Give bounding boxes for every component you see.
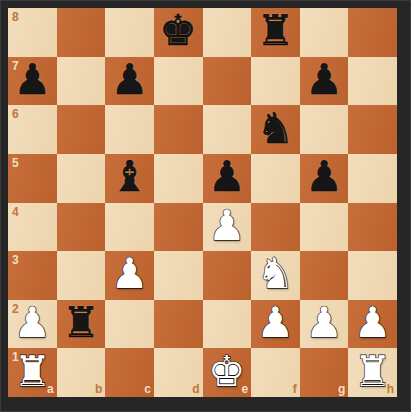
square-e7[interactable] <box>203 57 252 106</box>
square-a7[interactable]: 7♟ <box>8 57 57 106</box>
square-g7[interactable]: ♟ <box>300 57 349 106</box>
piece-white-knight-f3[interactable]: ♞ <box>257 253 295 295</box>
square-e8[interactable] <box>203 8 252 57</box>
piece-black-pawn-g5[interactable]: ♟ <box>305 156 343 198</box>
rank-label-6: 6 <box>12 108 19 120</box>
square-b8[interactable] <box>57 8 106 57</box>
square-c6[interactable] <box>105 105 154 154</box>
square-g6[interactable] <box>300 105 349 154</box>
piece-white-pawn-e4[interactable]: ♟ <box>208 205 246 247</box>
square-a6[interactable]: 6 <box>8 105 57 154</box>
piece-black-pawn-e5[interactable]: ♟ <box>208 156 246 198</box>
square-b3[interactable] <box>57 251 106 300</box>
square-a2[interactable]: 2♟ <box>8 300 57 349</box>
square-g1[interactable]: g <box>300 348 349 397</box>
square-d6[interactable] <box>154 105 203 154</box>
chess-board: 8♚♜7♟♟♟6♞5♝♟♟4♟3♟♞2♟♜♟♟♟1a♜bcde♚fgh♜ <box>8 8 397 397</box>
square-h7[interactable] <box>348 57 397 106</box>
square-e5[interactable]: ♟ <box>203 154 252 203</box>
piece-black-knight-f6[interactable]: ♞ <box>257 108 295 150</box>
piece-black-pawn-c7[interactable]: ♟ <box>111 59 149 101</box>
square-d8[interactable]: ♚ <box>154 8 203 57</box>
piece-white-king-e1[interactable]: ♚ <box>208 351 246 393</box>
board-frame: 8♚♜7♟♟♟6♞5♝♟♟4♟3♟♞2♟♜♟♟♟1a♜bcde♚fgh♜ <box>0 0 411 412</box>
square-e2[interactable] <box>203 300 252 349</box>
square-b2[interactable]: ♜ <box>57 300 106 349</box>
square-d7[interactable] <box>154 57 203 106</box>
piece-black-rook-f8[interactable]: ♜ <box>257 10 295 52</box>
square-c2[interactable] <box>105 300 154 349</box>
square-d2[interactable] <box>154 300 203 349</box>
square-e4[interactable]: ♟ <box>203 203 252 252</box>
file-label-d: d <box>192 383 199 395</box>
square-a3[interactable]: 3 <box>8 251 57 300</box>
piece-black-bishop-c5[interactable]: ♝ <box>111 156 149 198</box>
piece-white-rook-h1[interactable]: ♜ <box>354 351 392 393</box>
square-g3[interactable] <box>300 251 349 300</box>
file-label-f: f <box>293 383 297 395</box>
square-b6[interactable] <box>57 105 106 154</box>
square-e1[interactable]: e♚ <box>203 348 252 397</box>
square-a5[interactable]: 5 <box>8 154 57 203</box>
square-h3[interactable] <box>348 251 397 300</box>
square-g4[interactable] <box>300 203 349 252</box>
square-f2[interactable]: ♟ <box>251 300 300 349</box>
piece-white-pawn-h2[interactable]: ♟ <box>354 302 392 344</box>
square-b7[interactable] <box>57 57 106 106</box>
square-c5[interactable]: ♝ <box>105 154 154 203</box>
square-b1[interactable]: b <box>57 348 106 397</box>
piece-black-pawn-g7[interactable]: ♟ <box>305 59 343 101</box>
piece-white-pawn-c3[interactable]: ♟ <box>111 253 149 295</box>
square-a8[interactable]: 8 <box>8 8 57 57</box>
square-f6[interactable]: ♞ <box>251 105 300 154</box>
square-g8[interactable] <box>300 8 349 57</box>
square-h6[interactable] <box>348 105 397 154</box>
square-c3[interactable]: ♟ <box>105 251 154 300</box>
square-f5[interactable] <box>251 154 300 203</box>
square-h1[interactable]: h♜ <box>348 348 397 397</box>
square-b5[interactable] <box>57 154 106 203</box>
square-d3[interactable] <box>154 251 203 300</box>
square-d5[interactable] <box>154 154 203 203</box>
square-f4[interactable] <box>251 203 300 252</box>
square-d4[interactable] <box>154 203 203 252</box>
file-label-c: c <box>144 383 151 395</box>
piece-black-pawn-a7[interactable]: ♟ <box>13 59 51 101</box>
square-g5[interactable]: ♟ <box>300 154 349 203</box>
square-a4[interactable]: 4 <box>8 203 57 252</box>
square-g2[interactable]: ♟ <box>300 300 349 349</box>
square-b4[interactable] <box>57 203 106 252</box>
square-e3[interactable] <box>203 251 252 300</box>
square-c7[interactable]: ♟ <box>105 57 154 106</box>
square-f1[interactable]: f <box>251 348 300 397</box>
rank-label-8: 8 <box>12 11 19 23</box>
piece-black-king-d8[interactable]: ♚ <box>159 10 197 52</box>
square-e6[interactable] <box>203 105 252 154</box>
square-a1[interactable]: 1a♜ <box>8 348 57 397</box>
square-f7[interactable] <box>251 57 300 106</box>
square-c4[interactable] <box>105 203 154 252</box>
rank-label-5: 5 <box>12 157 19 169</box>
file-label-g: g <box>338 383 345 395</box>
square-d1[interactable]: d <box>154 348 203 397</box>
rank-label-3: 3 <box>12 254 19 266</box>
piece-white-pawn-a2[interactable]: ♟ <box>13 302 51 344</box>
square-f3[interactable]: ♞ <box>251 251 300 300</box>
piece-white-pawn-f2[interactable]: ♟ <box>257 302 295 344</box>
piece-white-pawn-g2[interactable]: ♟ <box>305 302 343 344</box>
square-c8[interactable] <box>105 8 154 57</box>
file-label-b: b <box>95 383 102 395</box>
square-f8[interactable]: ♜ <box>251 8 300 57</box>
square-c1[interactable]: c <box>105 348 154 397</box>
rank-label-4: 4 <box>12 206 19 218</box>
piece-black-rook-b2[interactable]: ♜ <box>62 302 100 344</box>
piece-white-rook-a1[interactable]: ♜ <box>13 351 51 393</box>
square-h5[interactable] <box>348 154 397 203</box>
square-h2[interactable]: ♟ <box>348 300 397 349</box>
square-h4[interactable] <box>348 203 397 252</box>
square-h8[interactable] <box>348 8 397 57</box>
